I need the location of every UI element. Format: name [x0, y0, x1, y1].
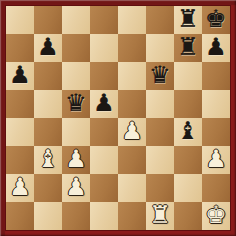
square-g5[interactable]	[174, 90, 202, 118]
white-pawn-e4[interactable]: ♟	[121, 119, 143, 143]
square-b8[interactable]	[34, 6, 62, 34]
square-f6[interactable]: ♛	[146, 62, 174, 90]
square-b3[interactable]: ♝	[34, 146, 62, 174]
black-queen-c5[interactable]: ♛	[65, 91, 87, 115]
square-g2[interactable]	[174, 174, 202, 202]
square-e5[interactable]	[118, 90, 146, 118]
square-d1[interactable]	[90, 202, 118, 230]
white-pawn-h3[interactable]: ♟	[205, 147, 227, 171]
square-e6[interactable]	[118, 62, 146, 90]
square-c7[interactable]	[62, 34, 90, 62]
square-g8[interactable]: ♜	[174, 6, 202, 34]
square-h4[interactable]	[202, 118, 230, 146]
square-c4[interactable]	[62, 118, 90, 146]
square-d2[interactable]	[90, 174, 118, 202]
white-rook-f1[interactable]: ♜	[149, 203, 171, 227]
board-frame: ♜♚♟♜♟♟♛♛♟♟♝♝♟♟♟♟♜♚	[0, 0, 236, 236]
square-a1[interactable]	[6, 202, 34, 230]
square-d8[interactable]	[90, 6, 118, 34]
square-a7[interactable]	[6, 34, 34, 62]
square-e1[interactable]	[118, 202, 146, 230]
black-rook-g7[interactable]: ♜	[177, 35, 199, 59]
square-a8[interactable]	[6, 6, 34, 34]
black-rook-g8[interactable]: ♜	[177, 7, 199, 31]
black-pawn-d5[interactable]: ♟	[93, 91, 115, 115]
black-pawn-b7[interactable]: ♟	[37, 35, 59, 59]
square-h7[interactable]: ♟	[202, 34, 230, 62]
black-bishop-g4[interactable]: ♝	[177, 119, 199, 143]
square-f8[interactable]	[146, 6, 174, 34]
square-a3[interactable]	[6, 146, 34, 174]
square-a4[interactable]	[6, 118, 34, 146]
square-f7[interactable]	[146, 34, 174, 62]
square-g4[interactable]: ♝	[174, 118, 202, 146]
square-d5[interactable]: ♟	[90, 90, 118, 118]
square-g3[interactable]	[174, 146, 202, 174]
square-f5[interactable]	[146, 90, 174, 118]
white-king-h1[interactable]: ♚	[205, 203, 227, 227]
square-g6[interactable]	[174, 62, 202, 90]
square-e8[interactable]	[118, 6, 146, 34]
square-h5[interactable]	[202, 90, 230, 118]
square-h3[interactable]: ♟	[202, 146, 230, 174]
square-h1[interactable]: ♚	[202, 202, 230, 230]
square-a5[interactable]	[6, 90, 34, 118]
square-e4[interactable]: ♟	[118, 118, 146, 146]
square-d7[interactable]	[90, 34, 118, 62]
square-d4[interactable]	[90, 118, 118, 146]
square-b4[interactable]	[34, 118, 62, 146]
white-pawn-a2[interactable]: ♟	[9, 175, 31, 199]
white-pawn-c2[interactable]: ♟	[65, 175, 87, 199]
square-g1[interactable]	[174, 202, 202, 230]
square-c2[interactable]: ♟	[62, 174, 90, 202]
square-b6[interactable]	[34, 62, 62, 90]
black-king-h8[interactable]: ♚	[205, 7, 227, 31]
square-f1[interactable]: ♜	[146, 202, 174, 230]
square-c8[interactable]	[62, 6, 90, 34]
square-b5[interactable]	[34, 90, 62, 118]
square-h2[interactable]	[202, 174, 230, 202]
square-b2[interactable]	[34, 174, 62, 202]
square-c5[interactable]: ♛	[62, 90, 90, 118]
square-e2[interactable]	[118, 174, 146, 202]
square-h8[interactable]: ♚	[202, 6, 230, 34]
square-a6[interactable]: ♟	[6, 62, 34, 90]
white-pawn-c3[interactable]: ♟	[65, 147, 87, 171]
square-f3[interactable]	[146, 146, 174, 174]
black-pawn-h7[interactable]: ♟	[205, 35, 227, 59]
square-b1[interactable]	[34, 202, 62, 230]
square-a2[interactable]: ♟	[6, 174, 34, 202]
black-queen-f6[interactable]: ♛	[149, 63, 171, 87]
square-e7[interactable]	[118, 34, 146, 62]
white-bishop-b3[interactable]: ♝	[37, 147, 59, 171]
square-h6[interactable]	[202, 62, 230, 90]
square-f2[interactable]	[146, 174, 174, 202]
square-g7[interactable]: ♜	[174, 34, 202, 62]
square-f4[interactable]	[146, 118, 174, 146]
square-e3[interactable]	[118, 146, 146, 174]
square-c6[interactable]	[62, 62, 90, 90]
square-c3[interactable]: ♟	[62, 146, 90, 174]
square-d6[interactable]	[90, 62, 118, 90]
square-c1[interactable]	[62, 202, 90, 230]
square-b7[interactable]: ♟	[34, 34, 62, 62]
black-pawn-a6[interactable]: ♟	[9, 63, 31, 87]
square-d3[interactable]	[90, 146, 118, 174]
chess-board: ♜♚♟♜♟♟♛♛♟♟♝♝♟♟♟♟♜♚	[6, 6, 230, 230]
